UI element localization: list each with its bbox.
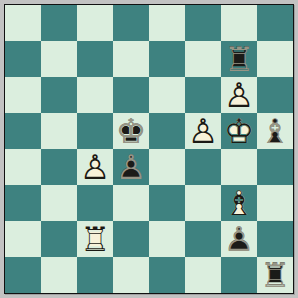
white-pawn[interactable]: ♟♙ [185, 113, 221, 149]
square-a8[interactable] [5, 5, 41, 41]
square-g5[interactable]: ♚♔ [221, 113, 257, 149]
piece-outline-glyph: ♙ [77, 149, 113, 185]
square-c5[interactable] [77, 113, 113, 149]
white-king[interactable]: ♚♔ [221, 113, 257, 149]
square-e7[interactable] [149, 41, 185, 77]
square-e6[interactable] [149, 77, 185, 113]
square-b1[interactable] [41, 257, 77, 293]
square-a2[interactable] [5, 221, 41, 257]
square-g7[interactable]: ♜♖ [221, 41, 257, 77]
square-e8[interactable] [149, 5, 185, 41]
square-f5[interactable]: ♟♙ [185, 113, 221, 149]
white-rook[interactable]: ♜♖ [77, 221, 113, 257]
square-f8[interactable] [185, 5, 221, 41]
square-b3[interactable] [41, 185, 77, 221]
square-b2[interactable] [41, 221, 77, 257]
square-f6[interactable] [185, 77, 221, 113]
square-b8[interactable] [41, 5, 77, 41]
piece-outline-glyph: ♙ [221, 221, 257, 257]
square-b7[interactable] [41, 41, 77, 77]
white-bishop[interactable]: ♝♗ [221, 185, 257, 221]
piece-outline-glyph: ♙ [221, 77, 257, 113]
piece-outline-glyph: ♗ [221, 185, 257, 221]
square-d8[interactable] [113, 5, 149, 41]
chess-board: ♜♖♟♙♚♔♟♙♚♔♝♗♟♙♟♙♝♗♜♖♟♙♜♖ [5, 5, 293, 293]
square-e5[interactable] [149, 113, 185, 149]
square-g8[interactable] [221, 5, 257, 41]
square-b6[interactable] [41, 77, 77, 113]
square-a4[interactable] [5, 149, 41, 185]
square-b4[interactable] [41, 149, 77, 185]
square-c8[interactable] [77, 5, 113, 41]
square-d1[interactable] [113, 257, 149, 293]
square-h7[interactable] [257, 41, 293, 77]
piece-outline-glyph: ♙ [185, 113, 221, 149]
square-f3[interactable] [185, 185, 221, 221]
square-e1[interactable] [149, 257, 185, 293]
square-g2[interactable]: ♟♙ [221, 221, 257, 257]
board-frame: ♜♖♟♙♚♔♟♙♚♔♝♗♟♙♟♙♝♗♜♖♟♙♜♖ [4, 4, 294, 294]
square-h5[interactable]: ♝♗ [257, 113, 293, 149]
piece-outline-glyph: ♔ [221, 113, 257, 149]
square-c2[interactable]: ♜♖ [77, 221, 113, 257]
square-a6[interactable] [5, 77, 41, 113]
square-d3[interactable] [113, 185, 149, 221]
square-f7[interactable] [185, 41, 221, 77]
square-b5[interactable] [41, 113, 77, 149]
black-bishop[interactable]: ♝♗ [257, 113, 293, 149]
square-c6[interactable] [77, 77, 113, 113]
square-d5[interactable]: ♚♔ [113, 113, 149, 149]
square-e2[interactable] [149, 221, 185, 257]
square-c1[interactable] [77, 257, 113, 293]
black-pawn[interactable]: ♟♙ [113, 149, 149, 185]
square-h2[interactable] [257, 221, 293, 257]
square-e3[interactable] [149, 185, 185, 221]
square-d4[interactable]: ♟♙ [113, 149, 149, 185]
square-a1[interactable] [5, 257, 41, 293]
white-pawn[interactable]: ♟♙ [77, 149, 113, 185]
square-d7[interactable] [113, 41, 149, 77]
white-pawn[interactable]: ♟♙ [221, 77, 257, 113]
square-f1[interactable] [185, 257, 221, 293]
piece-outline-glyph: ♗ [257, 113, 293, 149]
black-king[interactable]: ♚♔ [113, 113, 149, 149]
piece-outline-glyph: ♔ [113, 113, 149, 149]
square-f2[interactable] [185, 221, 221, 257]
piece-outline-glyph: ♖ [77, 221, 113, 257]
square-c3[interactable] [77, 185, 113, 221]
square-f4[interactable] [185, 149, 221, 185]
black-rook[interactable]: ♜♖ [257, 257, 293, 293]
square-g6[interactable]: ♟♙ [221, 77, 257, 113]
square-c4[interactable]: ♟♙ [77, 149, 113, 185]
piece-outline-glyph: ♖ [221, 41, 257, 77]
square-c7[interactable] [77, 41, 113, 77]
square-h6[interactable] [257, 77, 293, 113]
square-g1[interactable] [221, 257, 257, 293]
square-a7[interactable] [5, 41, 41, 77]
square-h8[interactable] [257, 5, 293, 41]
square-h1[interactable]: ♜♖ [257, 257, 293, 293]
square-g3[interactable]: ♝♗ [221, 185, 257, 221]
square-h4[interactable] [257, 149, 293, 185]
black-rook[interactable]: ♜♖ [221, 41, 257, 77]
square-d6[interactable] [113, 77, 149, 113]
black-pawn[interactable]: ♟♙ [221, 221, 257, 257]
square-d2[interactable] [113, 221, 149, 257]
square-e4[interactable] [149, 149, 185, 185]
square-h3[interactable] [257, 185, 293, 221]
square-a5[interactable] [5, 113, 41, 149]
piece-outline-glyph: ♙ [113, 149, 149, 185]
square-a3[interactable] [5, 185, 41, 221]
piece-outline-glyph: ♖ [257, 257, 293, 293]
square-g4[interactable] [221, 149, 257, 185]
